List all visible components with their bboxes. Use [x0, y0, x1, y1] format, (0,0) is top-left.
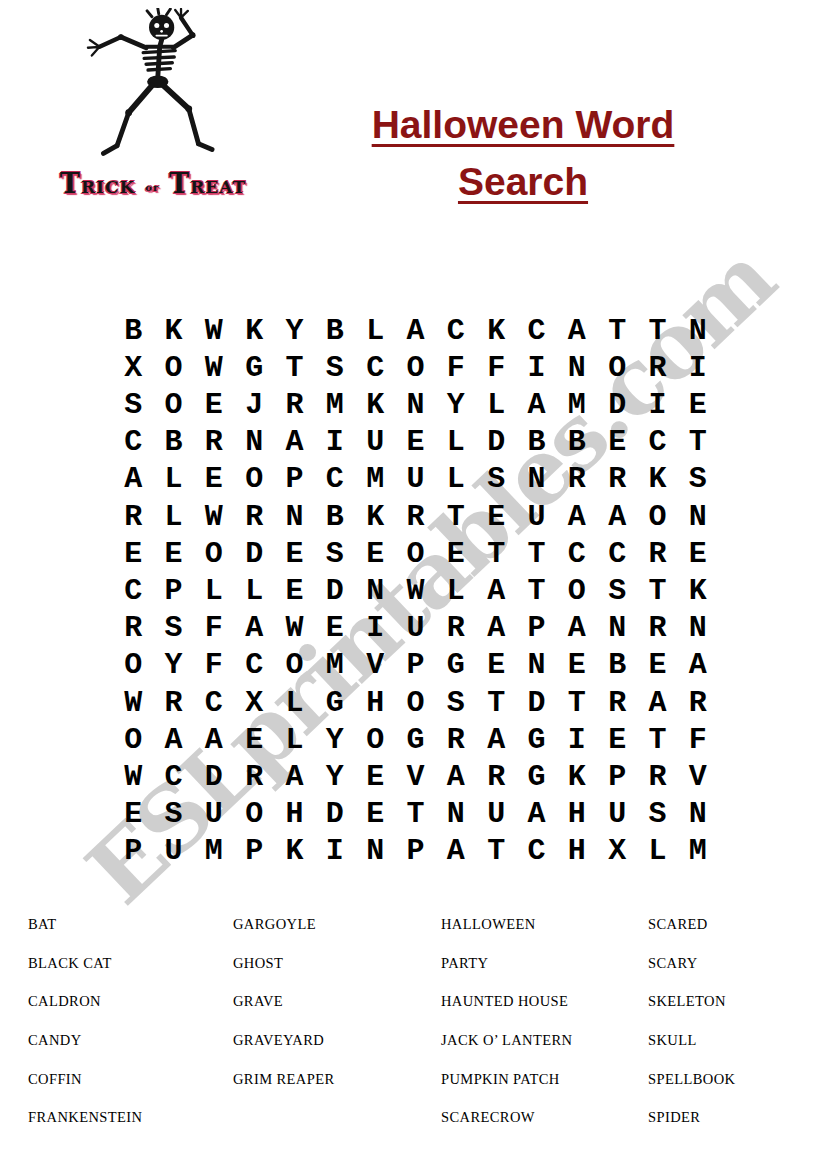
grid-cell[interactable]: F: [194, 610, 234, 647]
grid-cell[interactable]: B: [315, 312, 355, 349]
page-title: Halloween Word Search: [288, 96, 758, 210]
grid-cell[interactable]: S: [113, 386, 153, 423]
grid-cell[interactable]: C: [153, 758, 193, 795]
grid-cell[interactable]: E: [678, 386, 718, 423]
grid-cell[interactable]: K: [234, 312, 274, 349]
grid-cell[interactable]: N: [355, 833, 395, 870]
grid-cell[interactable]: A: [557, 312, 597, 349]
grid-cell[interactable]: T: [516, 572, 556, 609]
grid-cell[interactable]: T: [597, 312, 637, 349]
grid-cell[interactable]: A: [153, 721, 193, 758]
grid-cell[interactable]: W: [113, 684, 153, 721]
grid-cell[interactable]: X: [113, 349, 153, 386]
grid-cell[interactable]: R: [597, 461, 637, 498]
grid-cell[interactable]: R: [557, 461, 597, 498]
grid-cell[interactable]: B: [153, 424, 193, 461]
grid-cell[interactable]: E: [436, 535, 476, 572]
grid-cell[interactable]: E: [194, 461, 234, 498]
grid-cell[interactable]: I: [516, 349, 556, 386]
grid-cell[interactable]: G: [395, 721, 435, 758]
word-list-item: HAUNTED HOUSE: [441, 993, 572, 1032]
grid-cell[interactable]: D: [476, 424, 516, 461]
grid-cell[interactable]: L: [153, 498, 193, 535]
trick-or-treat-logo: TRICK or TREAT: [58, 6, 248, 218]
grid-cell[interactable]: R: [194, 424, 234, 461]
word-list-item: GARGOYLE: [233, 916, 334, 955]
grid-cell[interactable]: T: [476, 535, 516, 572]
grid-cell[interactable]: R: [678, 684, 718, 721]
word-list-item: GRIM REAPER: [233, 1071, 334, 1110]
grid-cell[interactable]: S: [153, 796, 193, 833]
grid-cell[interactable]: L: [274, 721, 314, 758]
title-line-1: Halloween Word: [288, 96, 758, 153]
grid-cell[interactable]: N: [678, 610, 718, 647]
grid-cell[interactable]: K: [274, 833, 314, 870]
grid-cell[interactable]: P: [234, 833, 274, 870]
grid-cell[interactable]: G: [315, 684, 355, 721]
word-list-column: GARGOYLEGHOSTGRAVEGRAVEYARDGRIM REAPER: [233, 916, 334, 1109]
grid-cell[interactable]: E: [315, 610, 355, 647]
word-search-grid: BKWKYBLACKCATTNXOWGTSCOFFINORISOEJRMKNYL…: [113, 312, 718, 870]
grid-cell[interactable]: L: [436, 461, 476, 498]
grid-cell[interactable]: N: [355, 572, 395, 609]
word-list-item: SCARY: [648, 955, 735, 994]
grid-cell[interactable]: S: [678, 461, 718, 498]
grid-cell[interactable]: K: [678, 572, 718, 609]
grid-cell[interactable]: O: [234, 461, 274, 498]
grid-cell[interactable]: C: [436, 312, 476, 349]
grid-cell[interactable]: I: [637, 386, 677, 423]
word-list-item: CANDY: [28, 1032, 142, 1071]
grid-cell[interactable]: A: [436, 758, 476, 795]
grid-cell[interactable]: K: [355, 386, 395, 423]
grid-cell[interactable]: N: [678, 796, 718, 833]
grid-cell[interactable]: C: [597, 535, 637, 572]
grid-cell[interactable]: K: [476, 312, 516, 349]
grid-cell[interactable]: L: [274, 684, 314, 721]
grid-cell[interactable]: D: [315, 572, 355, 609]
word-list-item: FRANKENSTEIN: [28, 1109, 142, 1148]
grid-cell[interactable]: O: [234, 796, 274, 833]
grid-cell[interactable]: N: [678, 498, 718, 535]
grid-cell[interactable]: Y: [315, 758, 355, 795]
grid-cell[interactable]: O: [557, 572, 597, 609]
word-list-column: SCAREDSCARYSKELETONSKULLSPELLBOOKSPIDER: [648, 916, 735, 1148]
grid-cell[interactable]: E: [597, 424, 637, 461]
worksheet-page: TRICK or TREAT Halloween Word Search ESL…: [0, 0, 826, 1169]
grid-cell[interactable]: S: [476, 461, 516, 498]
grid-cell[interactable]: E: [395, 424, 435, 461]
grid-cell[interactable]: E: [355, 796, 395, 833]
grid-cell[interactable]: B: [315, 498, 355, 535]
grid-cell[interactable]: R: [597, 684, 637, 721]
grid-cell[interactable]: F: [678, 721, 718, 758]
grid-cell[interactable]: I: [557, 721, 597, 758]
grid-cell[interactable]: R: [113, 610, 153, 647]
grid-cell[interactable]: C: [516, 312, 556, 349]
grid-cell[interactable]: D: [597, 386, 637, 423]
grid-cell[interactable]: U: [355, 424, 395, 461]
grid-cell[interactable]: A: [557, 610, 597, 647]
grid-cell[interactable]: I: [315, 424, 355, 461]
grid-cell[interactable]: N: [234, 424, 274, 461]
grid-cell[interactable]: M: [557, 386, 597, 423]
grid-cell[interactable]: E: [274, 535, 314, 572]
grid-cell[interactable]: A: [516, 796, 556, 833]
grid-cell[interactable]: C: [234, 647, 274, 684]
grid-cell[interactable]: N: [395, 386, 435, 423]
grid-cell[interactable]: O: [113, 721, 153, 758]
word-list-item: GHOST: [233, 955, 334, 994]
word-list-item: SPELLBOOK: [648, 1071, 735, 1110]
grid-cell[interactable]: K: [355, 498, 395, 535]
grid-cell[interactable]: T: [637, 312, 677, 349]
grid-cell[interactable]: A: [678, 647, 718, 684]
grid-cell[interactable]: W: [113, 758, 153, 795]
grid-cell[interactable]: N: [678, 312, 718, 349]
grid-cell[interactable]: W: [194, 312, 234, 349]
grid-cell[interactable]: E: [234, 721, 274, 758]
grid-cell[interactable]: B: [113, 312, 153, 349]
grid-cell[interactable]: R: [637, 535, 677, 572]
grid-cell[interactable]: K: [153, 312, 193, 349]
word-list: BATBLACK CATCALDRONCANDYCOFFINFRANKENSTE…: [0, 916, 826, 1161]
word-list-item: GRAVE: [233, 993, 334, 1032]
grid-cell[interactable]: N: [516, 647, 556, 684]
grid-cell[interactable]: R: [436, 610, 476, 647]
grid-cell[interactable]: H: [557, 833, 597, 870]
word-list-column: HALLOWEENPARTYHAUNTED HOUSEJACK O’ LANTE…: [441, 916, 572, 1148]
grid-cell[interactable]: C: [637, 424, 677, 461]
grid-cell[interactable]: W: [395, 572, 435, 609]
grid-cell[interactable]: T: [637, 572, 677, 609]
grid-cell[interactable]: W: [194, 498, 234, 535]
word-list-item: PARTY: [441, 955, 572, 994]
grid-cell[interactable]: A: [274, 424, 314, 461]
grid-cell[interactable]: A: [476, 610, 516, 647]
grid-cell[interactable]: Y: [436, 386, 476, 423]
grid-cell[interactable]: T: [476, 833, 516, 870]
grid-cell[interactable]: C: [315, 461, 355, 498]
word-list-item: SKELETON: [648, 993, 735, 1032]
grid-cell[interactable]: N: [436, 796, 476, 833]
grid-cell[interactable]: U: [476, 796, 516, 833]
grid-cell[interactable]: O: [153, 349, 193, 386]
grid-cell[interactable]: U: [516, 498, 556, 535]
grid-cell[interactable]: U: [153, 833, 193, 870]
grid-cell[interactable]: I: [315, 833, 355, 870]
title-line-2: Search: [288, 153, 758, 210]
grid-cell[interactable]: D: [194, 758, 234, 795]
grid-cell[interactable]: E: [597, 721, 637, 758]
grid-cell[interactable]: A: [516, 386, 556, 423]
grid-cell[interactable]: H: [557, 796, 597, 833]
grid-cell[interactable]: V: [678, 758, 718, 795]
grid-cell[interactable]: L: [436, 424, 476, 461]
grid-cell[interactable]: R: [234, 498, 274, 535]
grid-cell[interactable]: M: [194, 833, 234, 870]
grid-cell[interactable]: E: [637, 647, 677, 684]
grid-cell[interactable]: O: [113, 647, 153, 684]
word-list-item: BAT: [28, 916, 142, 955]
grid-cell[interactable]: C: [516, 833, 556, 870]
grid-cell[interactable]: L: [436, 572, 476, 609]
grid-cell[interactable]: O: [355, 721, 395, 758]
grid-cell[interactable]: S: [436, 684, 476, 721]
grid-cell[interactable]: E: [113, 535, 153, 572]
grid-cell[interactable]: P: [516, 610, 556, 647]
grid-cell[interactable]: A: [194, 721, 234, 758]
grid-cell[interactable]: U: [395, 461, 435, 498]
grid-cell[interactable]: C: [113, 572, 153, 609]
grid-cell[interactable]: A: [476, 721, 516, 758]
grid-cell[interactable]: O: [153, 386, 193, 423]
grid-cell[interactable]: R: [395, 498, 435, 535]
grid-cell[interactable]: X: [597, 833, 637, 870]
grid-cell[interactable]: L: [153, 461, 193, 498]
grid-cell[interactable]: E: [153, 535, 193, 572]
grid-cell[interactable]: L: [355, 312, 395, 349]
grid-cell[interactable]: T: [516, 535, 556, 572]
word-list-item: GRAVEYARD: [233, 1032, 334, 1071]
grid-cell[interactable]: W: [274, 610, 314, 647]
grid-cell[interactable]: A: [234, 610, 274, 647]
grid-cell[interactable]: S: [597, 572, 637, 609]
word-list-item: CALDRON: [28, 993, 142, 1032]
grid-cell[interactable]: A: [395, 312, 435, 349]
grid-cell[interactable]: O: [637, 498, 677, 535]
grid-cell[interactable]: K: [637, 461, 677, 498]
grid-cell[interactable]: C: [113, 424, 153, 461]
grid-cell[interactable]: P: [113, 833, 153, 870]
grid-cell[interactable]: S: [315, 535, 355, 572]
word-list-item: SCARED: [648, 916, 735, 955]
grid-cell[interactable]: R: [637, 349, 677, 386]
word-list-column: BATBLACK CATCALDRONCANDYCOFFINFRANKENSTE…: [28, 916, 142, 1148]
grid-cell[interactable]: A: [637, 684, 677, 721]
grid-cell[interactable]: D: [234, 535, 274, 572]
grid-cell[interactable]: O: [597, 349, 637, 386]
grid-cell[interactable]: P: [274, 461, 314, 498]
grid-cell[interactable]: G: [516, 721, 556, 758]
grid-cell[interactable]: I: [678, 349, 718, 386]
grid-cell[interactable]: F: [194, 647, 234, 684]
grid-cell[interactable]: T: [436, 498, 476, 535]
grid-cell[interactable]: E: [194, 386, 234, 423]
grid-cell[interactable]: N: [597, 610, 637, 647]
grid-cell[interactable]: P: [597, 758, 637, 795]
grid-cell[interactable]: R: [113, 498, 153, 535]
word-list-item: SCARECROW: [441, 1109, 572, 1148]
grid-cell[interactable]: O: [395, 349, 435, 386]
grid-cell[interactable]: G: [516, 758, 556, 795]
grid-cell[interactable]: R: [637, 758, 677, 795]
grid-cell[interactable]: L: [476, 386, 516, 423]
grid-cell[interactable]: S: [153, 610, 193, 647]
grid-cell[interactable]: O: [274, 647, 314, 684]
grid-cell[interactable]: E: [355, 535, 395, 572]
grid-cell[interactable]: R: [274, 386, 314, 423]
grid-cell[interactable]: N: [516, 461, 556, 498]
grid-cell[interactable]: P: [395, 647, 435, 684]
grid-cell[interactable]: D: [315, 796, 355, 833]
grid-cell[interactable]: R: [476, 758, 516, 795]
grid-cell[interactable]: Y: [315, 721, 355, 758]
word-list-item: SPIDER: [648, 1109, 735, 1148]
grid-cell[interactable]: B: [557, 424, 597, 461]
grid-cell[interactable]: U: [395, 610, 435, 647]
grid-cell[interactable]: R: [637, 610, 677, 647]
grid-cell[interactable]: P: [395, 833, 435, 870]
grid-cell[interactable]: E: [113, 796, 153, 833]
grid-cell[interactable]: F: [436, 349, 476, 386]
grid-cell[interactable]: T: [557, 684, 597, 721]
grid-cell[interactable]: M: [315, 386, 355, 423]
trick-or-treat-text: TRICK or TREAT: [58, 168, 248, 199]
grid-cell[interactable]: R: [234, 758, 274, 795]
grid-cell[interactable]: M: [678, 833, 718, 870]
grid-cell[interactable]: T: [678, 424, 718, 461]
grid-cell[interactable]: T: [395, 796, 435, 833]
grid-cell[interactable]: E: [355, 758, 395, 795]
grid-cell[interactable]: L: [234, 572, 274, 609]
grid-cell[interactable]: A: [274, 758, 314, 795]
grid-cell[interactable]: W: [194, 349, 234, 386]
grid-cell[interactable]: E: [476, 498, 516, 535]
grid-cell[interactable]: X: [234, 684, 274, 721]
grid-cell[interactable]: O: [395, 535, 435, 572]
grid-cell[interactable]: L: [637, 833, 677, 870]
grid-cell[interactable]: E: [476, 647, 516, 684]
logo-word-trick: TRICK: [60, 168, 135, 199]
grid-cell[interactable]: C: [194, 684, 234, 721]
grid-cell[interactable]: N: [557, 349, 597, 386]
grid-cell[interactable]: E: [678, 535, 718, 572]
logo-word-treat: TREAT: [169, 168, 246, 199]
grid-cell[interactable]: A: [436, 833, 476, 870]
grid-cell[interactable]: U: [597, 796, 637, 833]
logo-word-or: or: [145, 182, 159, 193]
grid-cell[interactable]: H: [274, 796, 314, 833]
word-list-item: COFFIN: [28, 1071, 142, 1110]
grid-cell[interactable]: K: [557, 758, 597, 795]
grid-cell[interactable]: V: [395, 758, 435, 795]
grid-cell[interactable]: E: [557, 647, 597, 684]
grid-cell[interactable]: A: [557, 498, 597, 535]
grid-cell[interactable]: V: [355, 647, 395, 684]
grid-cell[interactable]: G: [436, 647, 476, 684]
grid-cell[interactable]: S: [637, 796, 677, 833]
grid-cell[interactable]: B: [516, 424, 556, 461]
word-list-item: HALLOWEEN: [441, 916, 572, 955]
grid-cell[interactable]: E: [274, 572, 314, 609]
word-list-item: PUMPKIN PATCH: [441, 1071, 572, 1110]
grid-cell[interactable]: C: [557, 535, 597, 572]
grid-cell[interactable]: M: [355, 461, 395, 498]
grid-cell[interactable]: M: [315, 647, 355, 684]
grid-cell[interactable]: L: [194, 572, 234, 609]
grid-cell[interactable]: Y: [153, 647, 193, 684]
grid-cell[interactable]: R: [153, 684, 193, 721]
word-list-item: SKULL: [648, 1032, 735, 1071]
grid-cell[interactable]: N: [274, 498, 314, 535]
grid-cell[interactable]: H: [355, 684, 395, 721]
grid-cell[interactable]: B: [597, 647, 637, 684]
grid-cell[interactable]: I: [355, 610, 395, 647]
grid-cell[interactable]: U: [194, 796, 234, 833]
grid-cell[interactable]: T: [637, 721, 677, 758]
word-list-item: BLACK CAT: [28, 955, 142, 994]
grid-cell[interactable]: Y: [274, 312, 314, 349]
grid-cell[interactable]: R: [436, 721, 476, 758]
grid-cell[interactable]: P: [153, 572, 193, 609]
dancing-skeleton-icon: [70, 8, 230, 168]
grid-cell[interactable]: O: [194, 535, 234, 572]
grid-cell[interactable]: D: [516, 684, 556, 721]
grid-cell[interactable]: T: [476, 684, 516, 721]
grid-cell[interactable]: F: [476, 349, 516, 386]
word-list-item: JACK O’ LANTERN: [441, 1032, 572, 1071]
grid-cell[interactable]: C: [355, 349, 395, 386]
grid-cell[interactable]: J: [234, 386, 274, 423]
grid-cell[interactable]: A: [113, 461, 153, 498]
grid-cell[interactable]: A: [476, 572, 516, 609]
grid-cell[interactable]: T: [274, 349, 314, 386]
grid-cell[interactable]: G: [234, 349, 274, 386]
grid-cell[interactable]: S: [315, 349, 355, 386]
grid-cell[interactable]: A: [597, 498, 637, 535]
grid-cell[interactable]: O: [395, 684, 435, 721]
